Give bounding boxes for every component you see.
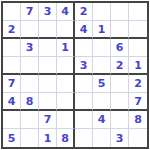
cell-r6c3[interactable] xyxy=(39,93,57,111)
cell-r3c5[interactable] xyxy=(75,39,93,57)
cell-r4c5[interactable]: 3 xyxy=(75,57,93,75)
cell-r2c1[interactable]: 2 xyxy=(3,21,21,39)
cell-r8c2[interactable] xyxy=(21,129,39,147)
cell-r1c6[interactable] xyxy=(93,3,111,21)
cell-r3c1[interactable] xyxy=(3,39,21,57)
cell-r2c3[interactable] xyxy=(39,21,57,39)
cell-r7c6[interactable]: 4 xyxy=(93,111,111,129)
cell-r4c8[interactable]: 1 xyxy=(129,57,147,75)
cell-r8c5[interactable] xyxy=(75,129,93,147)
cell-r3c4[interactable]: 1 xyxy=(57,39,75,57)
cell-r3c8[interactable] xyxy=(129,39,147,57)
cell-r1c3[interactable]: 3 xyxy=(39,3,57,21)
cell-r6c5[interactable] xyxy=(75,93,93,111)
cell-r5c5[interactable] xyxy=(75,75,93,93)
cell-r8c3[interactable]: 1 xyxy=(39,129,57,147)
cell-r7c2[interactable] xyxy=(21,111,39,129)
cell-r8c1[interactable]: 5 xyxy=(3,129,21,147)
cell-r1c1[interactable] xyxy=(3,3,21,21)
cell-r6c2[interactable]: 8 xyxy=(21,93,39,111)
cell-r8c4[interactable]: 8 xyxy=(57,129,75,147)
cell-r3c3[interactable] xyxy=(39,39,57,57)
cell-r2c5[interactable]: 4 xyxy=(75,21,93,39)
cell-r2c7[interactable] xyxy=(111,21,129,39)
cell-r2c8[interactable] xyxy=(129,21,147,39)
cell-r6c4[interactable] xyxy=(57,93,75,111)
cell-r7c5[interactable] xyxy=(75,111,93,129)
cell-r5c7[interactable] xyxy=(111,75,129,93)
cell-r5c2[interactable] xyxy=(21,75,39,93)
cell-r6c6[interactable] xyxy=(93,93,111,111)
cell-r7c1[interactable] xyxy=(3,111,21,129)
cell-r7c4[interactable] xyxy=(57,111,75,129)
cell-r8c6[interactable] xyxy=(93,129,111,147)
cell-r4c2[interactable] xyxy=(21,57,39,75)
sudoku-board: 73422413163217524877485183 xyxy=(1,1,149,149)
cell-r8c7[interactable]: 3 xyxy=(111,129,129,147)
cell-r7c8[interactable]: 8 xyxy=(129,111,147,129)
cell-r4c3[interactable] xyxy=(39,57,57,75)
cell-r3c2[interactable]: 3 xyxy=(21,39,39,57)
cell-r3c6[interactable] xyxy=(93,39,111,57)
cell-r2c2[interactable] xyxy=(21,21,39,39)
cell-r3c7[interactable]: 6 xyxy=(111,39,129,57)
cell-r5c4[interactable] xyxy=(57,75,75,93)
cell-r2c6[interactable]: 1 xyxy=(93,21,111,39)
cell-r8c8[interactable] xyxy=(129,129,147,147)
cell-r1c2[interactable]: 7 xyxy=(21,3,39,21)
cell-r7c7[interactable] xyxy=(111,111,129,129)
cell-r4c6[interactable] xyxy=(93,57,111,75)
cell-r4c7[interactable]: 2 xyxy=(111,57,129,75)
cell-r2c4[interactable] xyxy=(57,21,75,39)
cell-r4c1[interactable] xyxy=(3,57,21,75)
cell-r1c7[interactable] xyxy=(111,3,129,21)
cell-r6c7[interactable] xyxy=(111,93,129,111)
cell-r7c3[interactable]: 7 xyxy=(39,111,57,129)
cell-r6c1[interactable]: 4 xyxy=(3,93,21,111)
cell-r1c8[interactable] xyxy=(129,3,147,21)
cell-r1c4[interactable]: 4 xyxy=(57,3,75,21)
cell-r5c1[interactable]: 7 xyxy=(3,75,21,93)
cell-r5c8[interactable]: 2 xyxy=(129,75,147,93)
cell-r4c4[interactable] xyxy=(57,57,75,75)
cell-r6c8[interactable]: 7 xyxy=(129,93,147,111)
cell-r5c3[interactable] xyxy=(39,75,57,93)
cell-r1c5[interactable]: 2 xyxy=(75,3,93,21)
cell-r5c6[interactable]: 5 xyxy=(93,75,111,93)
